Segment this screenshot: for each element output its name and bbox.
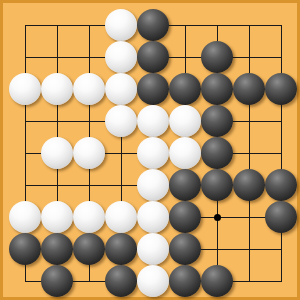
grid-line-vertical — [57, 25, 58, 41]
black-stone: ● — [265, 201, 297, 233]
board-intersection[interactable]: ○ — [169, 105, 201, 137]
black-stone: ● — [233, 73, 265, 105]
board-intersection[interactable] — [201, 201, 233, 233]
black-stone: ● — [201, 265, 233, 297]
board-intersection[interactable] — [169, 9, 201, 41]
board-intersection[interactable]: ● — [9, 233, 41, 265]
board-intersection[interactable]: ○ — [9, 73, 41, 105]
board-intersection[interactable]: ○ — [105, 73, 137, 105]
board-intersection[interactable]: ○ — [137, 169, 169, 201]
white-stone: ○ — [137, 233, 169, 265]
board-intersection[interactable]: ● — [233, 169, 265, 201]
board-intersection[interactable] — [233, 233, 265, 265]
board-intersection[interactable]: ● — [265, 169, 297, 201]
star-point — [214, 214, 221, 221]
board-intersection[interactable]: ● — [105, 233, 137, 265]
board-intersection[interactable] — [9, 9, 41, 41]
grid-line-vertical — [89, 265, 90, 282]
grid-line-vertical — [25, 41, 26, 73]
board-intersection[interactable]: ○ — [137, 137, 169, 169]
board-intersection[interactable]: ● — [265, 73, 297, 105]
board-intersection[interactable]: ● — [169, 233, 201, 265]
board-intersection[interactable]: ○ — [137, 233, 169, 265]
black-stone: ● — [233, 169, 265, 201]
board-intersection[interactable] — [233, 41, 265, 73]
board-intersection[interactable]: ● — [201, 265, 233, 297]
black-stone: ● — [201, 137, 233, 169]
board-intersection[interactable]: ○ — [105, 41, 137, 73]
grid-line-vertical — [57, 169, 58, 201]
board-intersection[interactable] — [105, 169, 137, 201]
grid-line-vertical — [185, 25, 186, 41]
board-intersection[interactable] — [73, 9, 105, 41]
black-stone: ● — [265, 73, 297, 105]
white-stone: ○ — [73, 73, 105, 105]
grid-line-horizontal — [265, 249, 282, 250]
white-stone: ○ — [73, 137, 105, 169]
grid-line-vertical — [249, 137, 250, 169]
grid-line-horizontal — [25, 57, 41, 58]
black-stone: ● — [169, 265, 201, 297]
board-intersection[interactable]: ● — [137, 41, 169, 73]
white-stone: ○ — [137, 169, 169, 201]
board-intersection[interactable]: ○ — [73, 73, 105, 105]
grid-line-vertical — [89, 169, 90, 201]
board-intersection[interactable]: ○ — [137, 201, 169, 233]
black-stone: ● — [169, 233, 201, 265]
board-intersection[interactable]: ● — [201, 41, 233, 73]
board-intersection[interactable] — [9, 265, 41, 297]
board-intersection[interactable] — [233, 201, 265, 233]
grid-line-vertical — [281, 105, 282, 137]
board-intersection[interactable] — [233, 9, 265, 41]
white-stone: ○ — [9, 201, 41, 233]
grid-line-horizontal — [25, 281, 41, 282]
white-stone: ○ — [137, 201, 169, 233]
black-stone: ● — [9, 233, 41, 265]
board-grid: ○●○●●○○○○●●●●●○○○●○○○○●○●●●●○○○○○●●●●●●○… — [9, 9, 297, 297]
grid-line-horizontal — [265, 25, 282, 26]
grid-line-horizontal — [25, 185, 41, 186]
black-stone: ● — [105, 265, 137, 297]
board-intersection[interactable]: ○ — [105, 9, 137, 41]
grid-line-horizontal — [25, 25, 41, 26]
grid-line-vertical — [281, 41, 282, 73]
board-intersection[interactable] — [41, 41, 73, 73]
board-intersection[interactable] — [265, 105, 297, 137]
black-stone: ● — [137, 73, 169, 105]
black-stone: ● — [169, 169, 201, 201]
board-intersection[interactable]: ○ — [73, 137, 105, 169]
board-intersection[interactable] — [9, 41, 41, 73]
black-stone: ● — [137, 9, 169, 41]
board-intersection[interactable]: ● — [169, 201, 201, 233]
board-intersection[interactable]: ● — [201, 137, 233, 169]
grid-line-vertical — [249, 265, 250, 282]
grid-line-vertical — [281, 137, 282, 169]
grid-line-vertical — [249, 41, 250, 73]
board-intersection[interactable] — [73, 105, 105, 137]
board-intersection[interactable] — [265, 233, 297, 265]
white-stone: ○ — [41, 73, 73, 105]
white-stone: ○ — [41, 137, 73, 169]
black-stone: ● — [201, 169, 233, 201]
grid-line-vertical — [185, 41, 186, 73]
black-stone: ● — [41, 233, 73, 265]
grid-line-vertical — [249, 105, 250, 137]
board-intersection[interactable] — [265, 9, 297, 41]
board-intersection[interactable]: ● — [169, 265, 201, 297]
board-intersection[interactable] — [41, 105, 73, 137]
board-intersection[interactable]: ● — [169, 169, 201, 201]
board-intersection[interactable] — [73, 169, 105, 201]
grid-line-vertical — [25, 25, 26, 41]
board-intersection[interactable] — [105, 137, 137, 169]
grid-line-vertical — [249, 233, 250, 265]
grid-line-vertical — [281, 25, 282, 41]
board-intersection[interactable]: ○ — [41, 137, 73, 169]
board-intersection[interactable] — [169, 41, 201, 73]
grid-line-horizontal — [25, 153, 41, 154]
board-intersection[interactable]: ○ — [41, 201, 73, 233]
board-intersection[interactable]: ● — [265, 201, 297, 233]
grid-line-vertical — [25, 137, 26, 169]
white-stone: ○ — [105, 41, 137, 73]
board-intersection[interactable] — [41, 169, 73, 201]
grid-line-vertical — [249, 25, 250, 41]
board-intersection[interactable]: ● — [41, 233, 73, 265]
black-stone: ● — [169, 73, 201, 105]
board-intersection[interactable] — [73, 41, 105, 73]
black-stone: ● — [265, 169, 297, 201]
board-intersection[interactable]: ● — [201, 169, 233, 201]
white-stone: ○ — [105, 73, 137, 105]
board-intersection[interactable]: ○ — [9, 201, 41, 233]
board-intersection[interactable]: ● — [41, 265, 73, 297]
white-stone: ○ — [169, 105, 201, 137]
grid-line-vertical — [281, 233, 282, 265]
grid-line-vertical — [281, 265, 282, 282]
black-stone: ● — [105, 233, 137, 265]
grid-line-vertical — [121, 137, 122, 169]
grid-line-horizontal — [265, 121, 282, 122]
board-intersection[interactable] — [233, 265, 265, 297]
board-intersection[interactable]: ○ — [105, 201, 137, 233]
board-intersection[interactable] — [201, 233, 233, 265]
board-intersection[interactable]: ● — [233, 73, 265, 105]
board-intersection[interactable]: ● — [201, 73, 233, 105]
board-intersection[interactable]: ● — [73, 233, 105, 265]
board-intersection[interactable] — [233, 137, 265, 169]
board-intersection[interactable] — [9, 105, 41, 137]
white-stone: ○ — [41, 201, 73, 233]
board-intersection[interactable] — [41, 9, 73, 41]
white-stone: ○ — [73, 201, 105, 233]
black-stone: ● — [201, 41, 233, 73]
white-stone: ○ — [105, 105, 137, 137]
board-intersection[interactable]: ○ — [137, 265, 169, 297]
white-stone: ○ — [137, 265, 169, 297]
grid-line-horizontal — [265, 57, 282, 58]
board-intersection[interactable] — [233, 105, 265, 137]
grid-line-vertical — [89, 25, 90, 41]
black-stone: ● — [201, 105, 233, 137]
board-intersection[interactable]: ● — [137, 73, 169, 105]
board-intersection[interactable] — [265, 41, 297, 73]
white-stone: ○ — [105, 9, 137, 41]
board-intersection[interactable] — [73, 265, 105, 297]
grid-line-vertical — [57, 105, 58, 137]
grid-line-horizontal — [265, 153, 282, 154]
white-stone: ○ — [105, 201, 137, 233]
grid-line-vertical — [89, 41, 90, 73]
grid-line-horizontal — [25, 121, 41, 122]
board-intersection[interactable]: ● — [137, 9, 169, 41]
board-intersection[interactable] — [201, 9, 233, 41]
board-intersection[interactable] — [9, 169, 41, 201]
board-intersection[interactable]: ○ — [73, 201, 105, 233]
black-stone: ● — [73, 233, 105, 265]
grid-line-vertical — [249, 201, 250, 233]
grid-line-vertical — [25, 265, 26, 282]
board-intersection[interactable]: ● — [169, 73, 201, 105]
board-intersection[interactable]: ○ — [137, 105, 169, 137]
board-intersection[interactable]: ○ — [41, 73, 73, 105]
white-stone: ○ — [137, 105, 169, 137]
board-intersection[interactable]: ○ — [105, 105, 137, 137]
board-intersection[interactable]: ● — [201, 105, 233, 137]
grid-line-vertical — [89, 105, 90, 137]
grid-line-vertical — [217, 233, 218, 265]
white-stone: ○ — [9, 73, 41, 105]
go-board: ○●○●●○○○○●●●●●○○○●○○○○●○●●●●○○○○○●●●●●●○… — [0, 0, 300, 300]
white-stone: ○ — [137, 137, 169, 169]
grid-line-vertical — [217, 25, 218, 41]
grid-line-vertical — [57, 41, 58, 73]
board-intersection[interactable]: ● — [105, 265, 137, 297]
board-intersection[interactable] — [9, 137, 41, 169]
black-stone: ● — [137, 41, 169, 73]
board-intersection[interactable] — [265, 265, 297, 297]
white-stone: ○ — [169, 137, 201, 169]
board-intersection[interactable] — [265, 137, 297, 169]
grid-line-vertical — [25, 169, 26, 201]
grid-line-vertical — [121, 169, 122, 201]
black-stone: ● — [169, 201, 201, 233]
grid-line-horizontal — [265, 281, 282, 282]
grid-line-vertical — [25, 105, 26, 137]
black-stone: ● — [201, 73, 233, 105]
board-intersection[interactable]: ○ — [169, 137, 201, 169]
black-stone: ● — [41, 265, 73, 297]
